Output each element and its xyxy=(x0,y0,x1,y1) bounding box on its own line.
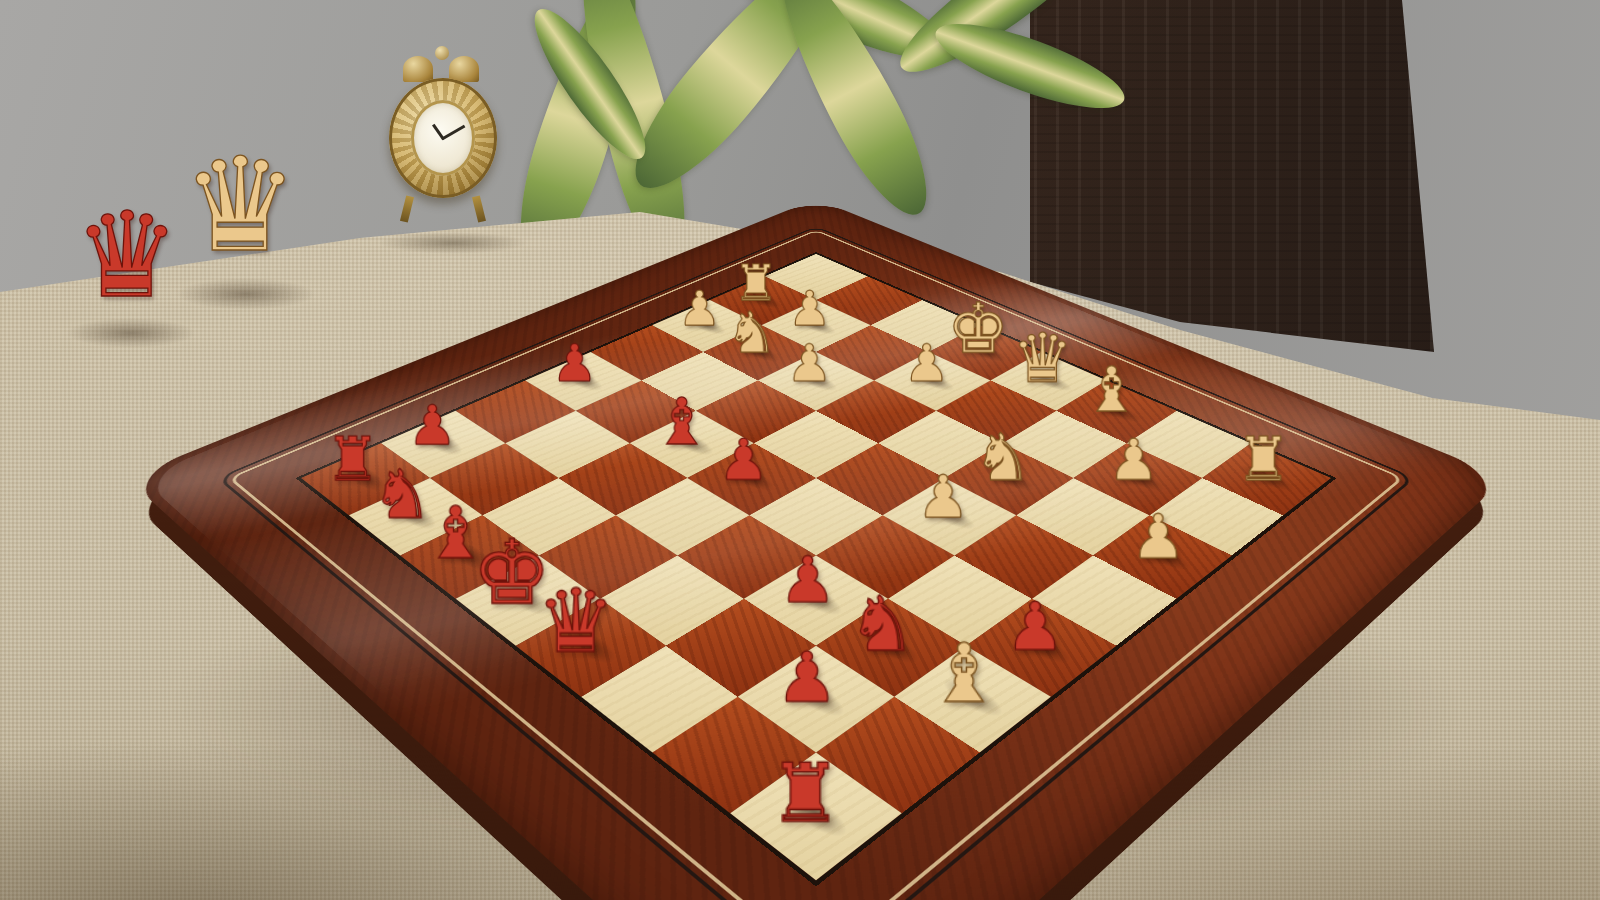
piece-red-rook-a8: ♜ xyxy=(769,751,842,832)
piece-white-pawn-a3: ♟ xyxy=(1131,506,1186,567)
piece-red-pawn-e5: ♟ xyxy=(718,431,769,488)
piece-red-pawn-a5: ♟ xyxy=(1005,593,1064,659)
piece-white-bishop-a6: ♝ xyxy=(928,633,1001,714)
piece-red-pawn-b7: ♟ xyxy=(776,643,838,712)
piece-red-knight-b6: ♞ xyxy=(848,586,916,662)
piece-red-pawn-c6: ♟ xyxy=(779,548,836,611)
clock-hammer-icon xyxy=(435,46,449,60)
spare-white-queen-shadow xyxy=(176,278,316,310)
clock-leg xyxy=(472,195,486,222)
spare-white-queen: ♛ xyxy=(182,140,299,270)
piece-red-queen-d8: ♛ xyxy=(537,576,616,664)
clock-bell-icon xyxy=(403,56,433,82)
clock-bell-icon xyxy=(449,56,479,82)
piece-white-pawn-c4: ♟ xyxy=(917,467,970,526)
piece-white-rook-a1: ♜ xyxy=(1236,428,1290,489)
clock-leg xyxy=(400,195,414,222)
piece-white-knight-c3: ♞ xyxy=(974,425,1032,490)
photo-scene: ♛ ♛ ♚♛♝♜♜♟♟♟♟♞♟♞♟♟♟♝♟♟♟♞♝♟♟♜♞♝♚♛♜ xyxy=(0,0,1600,900)
spare-red-queen: ♛ xyxy=(74,196,180,314)
piece-white-pawn-b2: ♟ xyxy=(1108,431,1159,488)
alarm-clock xyxy=(385,38,503,248)
